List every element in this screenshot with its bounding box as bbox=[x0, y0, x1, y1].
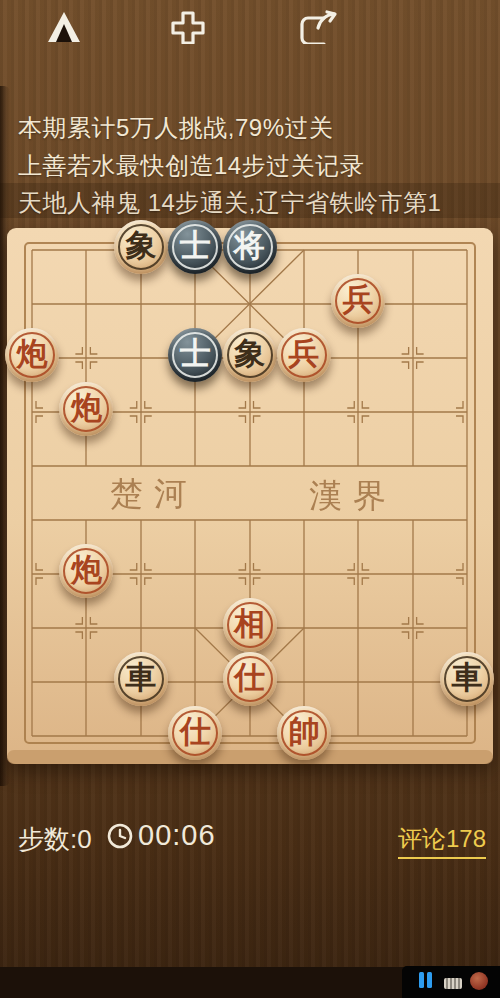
plus-icon[interactable] bbox=[168, 10, 208, 44]
home-arrow-icon[interactable] bbox=[44, 10, 84, 44]
piece-character: 将 bbox=[234, 219, 265, 273]
mini-keyboard-icon[interactable] bbox=[444, 978, 462, 989]
move-counter: 步数:0 bbox=[18, 822, 92, 857]
piece-black-車[interactable]: 車 bbox=[114, 652, 168, 706]
mini-dock bbox=[402, 966, 500, 998]
piece-black-将[interactable]: 将 bbox=[223, 220, 277, 274]
piece-red-炮[interactable]: 炮 bbox=[59, 544, 113, 598]
piece-black-象[interactable]: 象 bbox=[223, 328, 277, 382]
piece-black-象[interactable]: 象 bbox=[114, 220, 168, 274]
piece-character: 仕 bbox=[234, 651, 265, 705]
piece-character: 士 bbox=[180, 219, 211, 273]
record-line: 上善若水最快创造14步过关记录 bbox=[18, 150, 364, 182]
challenge-stats-line: 本期累计5万人挑战,79%过关 bbox=[18, 112, 334, 144]
piece-red-相[interactable]: 相 bbox=[223, 598, 277, 652]
piece-character: 相 bbox=[234, 597, 265, 651]
piece-red-兵[interactable]: 兵 bbox=[277, 328, 331, 382]
mini-app-icon[interactable] bbox=[470, 972, 488, 990]
river-label-chu-he: 楚河 bbox=[110, 476, 198, 512]
piece-character: 車 bbox=[125, 651, 156, 705]
piece-character: 炮 bbox=[71, 543, 102, 597]
piece-red-帥[interactable]: 帥 bbox=[277, 706, 331, 760]
piece-character: 象 bbox=[125, 219, 156, 273]
piece-character: 仕 bbox=[180, 705, 211, 759]
board-panel-edge bbox=[7, 750, 493, 764]
piece-red-仕[interactable]: 仕 bbox=[168, 706, 222, 760]
piece-black-士[interactable]: 士 bbox=[168, 220, 222, 274]
pause-icon[interactable] bbox=[418, 972, 434, 988]
clock-icon bbox=[106, 822, 134, 850]
status-row: 步数:0 00:06 评论178 bbox=[0, 818, 500, 858]
piece-character: 炮 bbox=[17, 327, 48, 381]
piece-black-車[interactable]: 車 bbox=[440, 652, 494, 706]
piece-character: 帥 bbox=[288, 705, 319, 759]
piece-black-士[interactable]: 士 bbox=[168, 328, 222, 382]
piece-character: 炮 bbox=[71, 381, 102, 435]
piece-character: 士 bbox=[180, 327, 211, 381]
comments-link[interactable]: 评论178 bbox=[398, 823, 486, 859]
river-label-han-jie: 漢界 bbox=[309, 478, 397, 514]
share-icon[interactable] bbox=[296, 10, 340, 44]
piece-red-炮[interactable]: 炮 bbox=[5, 328, 59, 382]
piece-character: 兵 bbox=[288, 327, 319, 381]
piece-character: 車 bbox=[452, 651, 483, 705]
piece-red-兵[interactable]: 兵 bbox=[331, 274, 385, 328]
piece-red-仕[interactable]: 仕 bbox=[223, 652, 277, 706]
piece-character: 象 bbox=[234, 327, 265, 381]
ticker-line: 天地人神鬼 14步通关,辽宁省铁岭市第1 bbox=[18, 187, 441, 219]
app-screen: 本期累计5万人挑战,79%过关 上善若水最快创造14步过关记录 天地人神鬼 14… bbox=[0, 0, 500, 998]
piece-red-炮[interactable]: 炮 bbox=[59, 382, 113, 436]
piece-character: 兵 bbox=[343, 273, 374, 327]
timer-value: 00:06 bbox=[138, 819, 216, 852]
